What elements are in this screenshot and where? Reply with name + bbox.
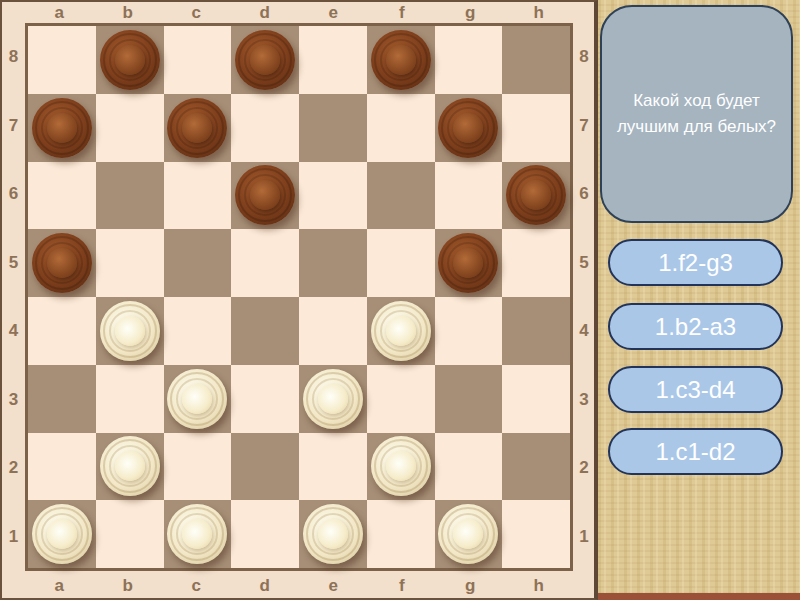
square-g4 <box>435 297 503 365</box>
black-piece-b8 <box>100 30 160 90</box>
square-h3 <box>502 365 570 433</box>
file-label-d: d <box>231 3 300 23</box>
file-label-d: d <box>231 574 300 598</box>
square-a7 <box>28 94 96 162</box>
rank-label-7: 7 <box>573 92 595 161</box>
square-a6 <box>28 162 96 230</box>
square-a3 <box>28 365 96 433</box>
file-label-c: c <box>162 3 231 23</box>
square-c5 <box>164 229 232 297</box>
board-grid <box>25 23 573 571</box>
file-label-c: c <box>162 574 231 598</box>
rank-labels-left: 87654321 <box>2 23 25 571</box>
white-piece-a1 <box>32 504 92 564</box>
white-piece-f2 <box>371 436 431 496</box>
square-g6 <box>435 162 503 230</box>
square-h2 <box>502 433 570 501</box>
rank-label-1: 1 <box>2 503 25 572</box>
rank-label-4: 4 <box>573 297 595 366</box>
square-g5 <box>435 229 503 297</box>
square-a8 <box>28 26 96 94</box>
rank-label-2: 2 <box>2 434 25 503</box>
rank-label-8: 8 <box>2 23 25 92</box>
square-h6 <box>502 162 570 230</box>
black-piece-g5 <box>438 233 498 293</box>
file-label-h: h <box>505 3 574 23</box>
square-e4 <box>299 297 367 365</box>
answer-button-c3-d4[interactable]: 1.c3-d4 <box>608 366 783 413</box>
white-piece-e1 <box>303 504 363 564</box>
square-f5 <box>367 229 435 297</box>
square-f7 <box>367 94 435 162</box>
square-b3 <box>96 365 164 433</box>
rank-label-6: 6 <box>573 160 595 229</box>
square-e2 <box>299 433 367 501</box>
square-a5 <box>28 229 96 297</box>
square-g7 <box>435 94 503 162</box>
square-a4 <box>28 297 96 365</box>
white-piece-f4 <box>371 301 431 361</box>
rank-label-5: 5 <box>573 229 595 298</box>
file-label-a: a <box>25 3 94 23</box>
rank-label-2: 2 <box>573 434 595 503</box>
file-label-a: a <box>25 574 94 598</box>
square-a1 <box>28 500 96 568</box>
square-b1 <box>96 500 164 568</box>
square-d7 <box>231 94 299 162</box>
black-piece-f8 <box>371 30 431 90</box>
white-piece-b2 <box>100 436 160 496</box>
square-c7 <box>164 94 232 162</box>
file-label-e: e <box>299 574 368 598</box>
black-piece-g7 <box>438 98 498 158</box>
quiz-panel: Какой ход будет лучшим для белых? 1.f2-g… <box>598 0 800 600</box>
square-d2 <box>231 433 299 501</box>
square-b8 <box>96 26 164 94</box>
black-piece-h6 <box>506 165 566 225</box>
square-d3 <box>231 365 299 433</box>
square-e1 <box>299 500 367 568</box>
rank-label-3: 3 <box>2 366 25 435</box>
file-label-f: f <box>368 574 437 598</box>
square-f8 <box>367 26 435 94</box>
square-g8 <box>435 26 503 94</box>
square-f3 <box>367 365 435 433</box>
square-b6 <box>96 162 164 230</box>
rank-label-5: 5 <box>2 229 25 298</box>
square-e3 <box>299 365 367 433</box>
square-b2 <box>96 433 164 501</box>
square-g1 <box>435 500 503 568</box>
square-f4 <box>367 297 435 365</box>
answer-button-c1-d2[interactable]: 1.c1-d2 <box>608 428 783 475</box>
file-label-e: e <box>299 3 368 23</box>
square-e8 <box>299 26 367 94</box>
black-piece-a5 <box>32 233 92 293</box>
question-bubble: Какой ход будет лучшим для белых? <box>600 5 793 223</box>
square-h4 <box>502 297 570 365</box>
file-label-g: g <box>436 3 505 23</box>
white-piece-g1 <box>438 504 498 564</box>
square-h5 <box>502 229 570 297</box>
rank-label-8: 8 <box>573 23 595 92</box>
rank-label-3: 3 <box>573 366 595 435</box>
black-piece-d8 <box>235 30 295 90</box>
square-a2 <box>28 433 96 501</box>
checkers-board: abcdefgh abcdefgh 87654321 87654321 <box>0 0 598 600</box>
square-c1 <box>164 500 232 568</box>
square-e6 <box>299 162 367 230</box>
square-c6 <box>164 162 232 230</box>
file-label-b: b <box>94 3 163 23</box>
square-b4 <box>96 297 164 365</box>
white-piece-b4 <box>100 301 160 361</box>
square-d8 <box>231 26 299 94</box>
file-labels-top: abcdefgh <box>25 3 573 23</box>
square-e5 <box>299 229 367 297</box>
square-f6 <box>367 162 435 230</box>
file-label-f: f <box>368 3 437 23</box>
file-labels-bottom: abcdefgh <box>25 574 573 598</box>
square-h8 <box>502 26 570 94</box>
rank-label-7: 7 <box>2 92 25 161</box>
square-c4 <box>164 297 232 365</box>
square-d1 <box>231 500 299 568</box>
square-b7 <box>96 94 164 162</box>
square-d6 <box>231 162 299 230</box>
file-label-h: h <box>505 574 574 598</box>
answer-button-f2-g3[interactable]: 1.f2-g3 <box>608 239 783 286</box>
file-label-b: b <box>94 574 163 598</box>
square-d4 <box>231 297 299 365</box>
white-piece-e3 <box>303 369 363 429</box>
question-text: Какой ход будет лучшим для белых? <box>617 88 777 141</box>
rank-label-6: 6 <box>2 160 25 229</box>
quiz-slide: abcdefgh abcdefgh 87654321 87654321 Како… <box>0 0 800 600</box>
square-c8 <box>164 26 232 94</box>
white-piece-c3 <box>167 369 227 429</box>
square-d5 <box>231 229 299 297</box>
rank-label-4: 4 <box>2 297 25 366</box>
square-f1 <box>367 500 435 568</box>
square-b5 <box>96 229 164 297</box>
square-g3 <box>435 365 503 433</box>
square-c3 <box>164 365 232 433</box>
rank-labels-right: 87654321 <box>573 23 595 571</box>
white-piece-c1 <box>167 504 227 564</box>
square-c2 <box>164 433 232 501</box>
square-f2 <box>367 433 435 501</box>
square-e7 <box>299 94 367 162</box>
black-piece-c7 <box>167 98 227 158</box>
black-piece-a7 <box>32 98 92 158</box>
answer-button-b2-a3[interactable]: 1.b2-a3 <box>608 303 783 350</box>
square-h1 <box>502 500 570 568</box>
square-h7 <box>502 94 570 162</box>
file-label-g: g <box>436 574 505 598</box>
black-piece-d6 <box>235 165 295 225</box>
square-g2 <box>435 433 503 501</box>
rank-label-1: 1 <box>573 503 595 572</box>
